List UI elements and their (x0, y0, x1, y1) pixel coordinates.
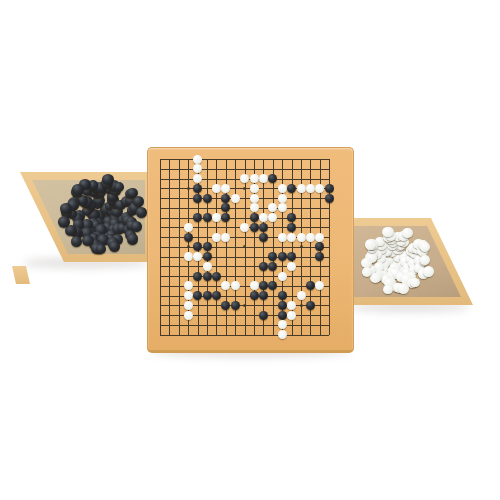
star-point (187, 245, 190, 248)
black-stone (184, 233, 193, 242)
black-stone (203, 242, 212, 251)
white-stone (297, 184, 306, 193)
black-stone-tray-corner (12, 266, 30, 284)
white-stone (382, 227, 393, 238)
black-stone (250, 223, 259, 232)
white-stone (193, 155, 202, 164)
black-stone (325, 194, 334, 203)
star-point (187, 187, 190, 190)
white-stone (250, 174, 259, 183)
black-stone (278, 252, 287, 261)
white-stone (221, 233, 230, 242)
black-stone (221, 213, 230, 222)
white-stone (278, 194, 287, 203)
black-stone (221, 203, 230, 212)
white-stone (212, 233, 221, 242)
white-stone (250, 194, 259, 203)
white-stone (212, 213, 221, 222)
white-stone (268, 203, 277, 212)
black-stone (268, 174, 277, 183)
black-stone (278, 311, 287, 320)
grid-line-vertical (263, 159, 264, 335)
grid-line-vertical (273, 159, 274, 335)
black-stone (259, 223, 268, 232)
black-stone (203, 213, 212, 222)
white-stone (184, 223, 193, 232)
go-set-product-photo (0, 0, 500, 500)
white-stone (315, 233, 324, 242)
white-stone (268, 213, 277, 222)
black-stone (203, 272, 212, 281)
white-stone (193, 164, 202, 173)
white-stone (278, 320, 287, 329)
white-stone (278, 233, 287, 242)
white-stone (306, 184, 315, 193)
white-stone (231, 194, 240, 203)
black-stone (193, 184, 202, 193)
white-stone (259, 213, 268, 222)
white-stone (287, 233, 296, 242)
white-stone (420, 242, 430, 252)
black-stone (278, 291, 287, 300)
white-stone (287, 301, 296, 310)
black-stone (221, 194, 230, 203)
white-stone (370, 273, 381, 283)
black-stone (287, 213, 296, 222)
white-stone (250, 184, 259, 193)
black-stone (127, 233, 139, 244)
star-point (300, 245, 303, 248)
black-stone (212, 291, 221, 300)
white-stone (221, 184, 230, 193)
white-stone (278, 184, 287, 193)
black-stone (278, 301, 287, 310)
white-stone (184, 252, 193, 261)
white-stone (240, 223, 249, 232)
black-stone (109, 241, 120, 251)
black-stone (306, 301, 315, 310)
black-stone (259, 262, 268, 271)
white-stone (278, 203, 287, 212)
white-stone (278, 272, 287, 281)
white-stone (297, 291, 306, 300)
white-stone (184, 301, 193, 310)
white-stone (259, 174, 268, 183)
star-point (300, 304, 303, 307)
black-stone (325, 184, 334, 193)
black-stone (315, 252, 324, 261)
black-stone (231, 301, 240, 310)
black-stone (306, 281, 315, 290)
star-point (243, 304, 246, 307)
black-stone (203, 291, 212, 300)
white-stone (287, 311, 296, 320)
black-stone (114, 182, 125, 192)
white-stone (315, 281, 324, 290)
black-stone (250, 213, 259, 222)
black-stone (259, 281, 268, 290)
black-stone (287, 184, 296, 193)
white-stone (203, 262, 212, 271)
star-point (243, 245, 246, 248)
go-board[interactable] (147, 147, 354, 353)
white-stone (184, 281, 193, 290)
black-stone (203, 194, 212, 203)
black-stone (212, 272, 221, 281)
black-stone (193, 291, 202, 300)
white-stone (362, 267, 372, 277)
black-stone (131, 221, 142, 231)
white-stone (240, 174, 249, 183)
black-stone (287, 252, 296, 261)
grid-line-horizontal (160, 325, 329, 326)
star-point (243, 187, 246, 190)
white-stone (315, 184, 324, 193)
white-stone (184, 311, 193, 320)
black-stone (259, 291, 268, 300)
black-stone (287, 223, 296, 232)
white-stone (231, 281, 240, 290)
black-stone (315, 242, 324, 251)
white-stone (297, 233, 306, 242)
black-stone (203, 252, 212, 261)
black-stone (250, 291, 259, 300)
white-stone (193, 174, 202, 183)
white-stone (221, 281, 230, 290)
white-stone (250, 281, 259, 290)
white-stone (423, 266, 434, 277)
black-stone (259, 311, 268, 320)
black-stone (259, 233, 268, 242)
grid-line-horizontal (160, 335, 329, 336)
black-stone (193, 242, 202, 251)
black-stone (193, 272, 202, 281)
white-stone (184, 291, 193, 300)
grid-line-horizontal (160, 266, 329, 267)
white-stone (278, 330, 287, 339)
black-stone (268, 262, 277, 271)
white-stone (306, 233, 315, 242)
black-stone (193, 194, 202, 203)
black-stone (136, 207, 147, 217)
black-stone (221, 301, 230, 310)
black-stone (71, 236, 82, 247)
white-stone (250, 203, 259, 212)
black-stone (193, 213, 202, 222)
white-stone (193, 252, 202, 261)
grid-line-horizontal (160, 276, 329, 277)
white-stone (287, 262, 296, 271)
white-stone (212, 184, 221, 193)
black-stone (268, 281, 277, 290)
white-stone (365, 239, 376, 250)
black-stone (268, 252, 277, 261)
